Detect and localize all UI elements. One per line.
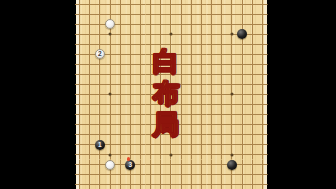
board-cell [156, 170, 166, 180]
board-cell [75, 129, 85, 139]
board-cell [217, 59, 227, 69]
board-cell [186, 0, 196, 9]
board-cell [207, 29, 217, 39]
board-cell [125, 180, 135, 189]
board-cell [125, 69, 135, 79]
board-cell [207, 119, 217, 129]
board-cell [217, 129, 227, 139]
board-cell [207, 69, 217, 79]
board-cell [105, 79, 115, 89]
board-cell [135, 59, 145, 69]
board-cell [95, 129, 105, 139]
board-cell [247, 39, 257, 49]
board-cell [237, 170, 247, 180]
board-cell [186, 170, 196, 180]
board-cell [156, 9, 166, 19]
board-cell [247, 0, 257, 9]
board-cell [105, 9, 115, 19]
board-cell [257, 129, 267, 139]
board-cell [257, 29, 267, 39]
board-cell [95, 39, 105, 49]
board-cell [135, 160, 145, 170]
board-cell [85, 79, 95, 89]
board-cell [166, 139, 176, 149]
board-cell [146, 29, 156, 39]
board-cell [125, 49, 135, 59]
board-cell [186, 139, 196, 149]
board-cell [196, 9, 206, 19]
board-cell [115, 0, 125, 9]
board-cell [115, 119, 125, 129]
board-cell [75, 39, 85, 49]
board-cell [196, 29, 206, 39]
board-cell [227, 69, 237, 79]
board-cell [125, 19, 135, 29]
board-cell [227, 79, 237, 89]
board-cell [227, 59, 237, 69]
board-cell [95, 29, 105, 39]
board-cell [125, 59, 135, 69]
board-cell [85, 49, 95, 59]
board-cell [95, 89, 105, 99]
board-cell [125, 9, 135, 19]
board-cell [217, 49, 227, 59]
board-cell [85, 59, 95, 69]
star-point [109, 153, 112, 156]
board-cell [156, 0, 166, 9]
move-number: 1 [98, 140, 102, 150]
board-cell [257, 59, 267, 69]
star-point [230, 153, 233, 156]
board-cell [115, 129, 125, 139]
board-cell [75, 170, 85, 180]
star-point [109, 33, 112, 36]
board-cell [135, 99, 145, 109]
board-cell [95, 99, 105, 109]
board-cell [237, 0, 247, 9]
board-cell [75, 29, 85, 39]
board-cell [217, 9, 227, 19]
board-cell [217, 19, 227, 29]
board-cell [196, 59, 206, 69]
board-cell [125, 129, 135, 139]
board-cell [156, 180, 166, 189]
board-cell [146, 19, 156, 29]
board-cell [105, 119, 115, 129]
board-cell [115, 139, 125, 149]
board-cell [207, 39, 217, 49]
board-cell [207, 109, 217, 119]
board-cell [207, 180, 217, 189]
board-cell [257, 49, 267, 59]
board-cell [95, 79, 105, 89]
board-cell [115, 49, 125, 59]
board-cell [75, 180, 85, 189]
board-cell [237, 119, 247, 129]
board-cell [237, 9, 247, 19]
last-move-marker [127, 157, 131, 161]
board-cell [135, 89, 145, 99]
board-cell [196, 109, 206, 119]
board-cell [227, 99, 237, 109]
board-cell [105, 39, 115, 49]
board-cell [105, 0, 115, 9]
board-cell [257, 19, 267, 29]
board-cell [125, 29, 135, 39]
board-cell [75, 99, 85, 109]
board-cell [156, 29, 166, 39]
overlay-char: 局 [153, 109, 179, 141]
board-cell [196, 99, 206, 109]
board-cell [217, 99, 227, 109]
board-cell [135, 69, 145, 79]
board-cell [135, 109, 145, 119]
board-cell [115, 180, 125, 189]
board-cell [217, 119, 227, 129]
overlay-char: 白 [153, 46, 179, 78]
board-cell [227, 19, 237, 29]
board-cell [166, 180, 176, 189]
board-cell [257, 160, 267, 170]
board-cell [146, 170, 156, 180]
board-cell [186, 149, 196, 159]
board-cell [217, 69, 227, 79]
board-cell [166, 160, 176, 170]
board-cell [186, 49, 196, 59]
board-cell [196, 139, 206, 149]
board-cell [186, 89, 196, 99]
board-cell [237, 160, 247, 170]
board-cell [196, 19, 206, 29]
board-cell [247, 19, 257, 29]
board-cell [237, 89, 247, 99]
board-cell [176, 29, 186, 39]
board-cell [135, 139, 145, 149]
board-cell [237, 99, 247, 109]
board-cell [95, 170, 105, 180]
board-cell [217, 29, 227, 39]
board-cell [207, 79, 217, 89]
board-cell [176, 160, 186, 170]
star-point [169, 33, 172, 36]
board-cell [166, 9, 176, 19]
board-cell [217, 149, 227, 159]
move-number: 3 [129, 160, 133, 170]
board-cell [125, 119, 135, 129]
board-cell [75, 160, 85, 170]
board-cell [196, 69, 206, 79]
board-cell [95, 109, 105, 119]
board-cell [207, 99, 217, 109]
board-cell [125, 109, 135, 119]
board-cell [237, 129, 247, 139]
board-cell [95, 119, 105, 129]
board-cell [257, 119, 267, 129]
board-cell [257, 149, 267, 159]
board-cell [146, 180, 156, 189]
board-cell [186, 79, 196, 89]
board-cell [166, 19, 176, 29]
board-cell [85, 180, 95, 189]
board-cell [115, 99, 125, 109]
board-cell [135, 129, 145, 139]
board-cell [125, 139, 135, 149]
board-cell [85, 139, 95, 149]
board-cell [237, 79, 247, 89]
board-cell [247, 180, 257, 189]
board-cell [156, 139, 166, 149]
board-cell [207, 160, 217, 170]
board-cell [135, 29, 145, 39]
board-cell [85, 9, 95, 19]
board-cell [196, 39, 206, 49]
board-cell [257, 170, 267, 180]
board-cell [186, 59, 196, 69]
board-cell [247, 139, 257, 149]
board-cell [196, 129, 206, 139]
board-cell [105, 99, 115, 109]
board-cell [227, 119, 237, 129]
board-cell [146, 160, 156, 170]
board-cell [247, 49, 257, 59]
board-cell [75, 109, 85, 119]
board-cell [237, 39, 247, 49]
board-cell [227, 170, 237, 180]
board-cell [186, 180, 196, 189]
board-cell [85, 99, 95, 109]
board-cell [85, 29, 95, 39]
board-cell [105, 49, 115, 59]
board-cell [166, 0, 176, 9]
board-cell [75, 9, 85, 19]
board-cell [75, 139, 85, 149]
board-cell [176, 9, 186, 19]
board-cell [247, 29, 257, 39]
board-cell [176, 180, 186, 189]
board-cell [135, 9, 145, 19]
board-cell [115, 19, 125, 29]
white-stone [105, 160, 115, 170]
board-cell [115, 39, 125, 49]
board-cell [75, 149, 85, 159]
board-cell [186, 109, 196, 119]
board-cell [75, 49, 85, 59]
board-cell [217, 89, 227, 99]
board-cell [135, 180, 145, 189]
board-cell [105, 69, 115, 79]
board-cell [75, 59, 85, 69]
board-cell [207, 19, 217, 29]
board-cell [75, 0, 85, 9]
board-cell [135, 149, 145, 159]
board-cell [85, 129, 95, 139]
board-cell [105, 59, 115, 69]
board-cell [115, 9, 125, 19]
board-cell [115, 89, 125, 99]
board-cell [237, 180, 247, 189]
board-cell [135, 0, 145, 9]
board-cell [247, 89, 257, 99]
board-cell [95, 19, 105, 29]
board-cell [207, 49, 217, 59]
board-cell [237, 139, 247, 149]
board-cell [85, 149, 95, 159]
board-cell [125, 89, 135, 99]
board-cell [115, 69, 125, 79]
board-cell [146, 139, 156, 149]
board-cell [146, 149, 156, 159]
board-cell [227, 49, 237, 59]
board-cell [85, 119, 95, 129]
board-cell [196, 149, 206, 159]
board-cell [135, 19, 145, 29]
board-cell [217, 139, 227, 149]
board-cell [95, 0, 105, 9]
board-cell [247, 129, 257, 139]
board-cell [166, 170, 176, 180]
board-cell [207, 170, 217, 180]
board-cell [227, 9, 237, 19]
star-point [169, 153, 172, 156]
board-cell [237, 69, 247, 79]
board-cell [186, 160, 196, 170]
board-cell [217, 79, 227, 89]
board-cell [135, 170, 145, 180]
board-cell [237, 109, 247, 119]
board-cell [196, 170, 206, 180]
board-cell [135, 39, 145, 49]
board-cell [105, 170, 115, 180]
board-cell [186, 129, 196, 139]
board-cell [95, 180, 105, 189]
board-cell [217, 160, 227, 170]
board-cell [135, 79, 145, 89]
board-cell [196, 0, 206, 9]
board-cell [115, 109, 125, 119]
board-cell [247, 160, 257, 170]
board-cell [217, 39, 227, 49]
board-cell [247, 149, 257, 159]
board-cell [105, 129, 115, 139]
board-cell [115, 29, 125, 39]
board-cell [257, 109, 267, 119]
board-cell [186, 119, 196, 129]
board-cell [227, 39, 237, 49]
board-cell [125, 79, 135, 89]
board-cell [75, 69, 85, 79]
board-cell [247, 79, 257, 89]
board-cell [257, 39, 267, 49]
board-cell [207, 89, 217, 99]
board-cell [176, 19, 186, 29]
board-cell [95, 149, 105, 159]
board-cell [237, 19, 247, 29]
black-stone: 3 [125, 160, 135, 170]
board-cell [217, 180, 227, 189]
board-cell [257, 69, 267, 79]
board-cell [156, 19, 166, 29]
board-cell [135, 49, 145, 59]
video-frame: 213 白 布 局 [0, 0, 336, 189]
board-cell [85, 0, 95, 9]
board-cell [257, 180, 267, 189]
board-cell [115, 170, 125, 180]
board-cell [176, 149, 186, 159]
star-point [230, 93, 233, 96]
board-cell [247, 69, 257, 79]
board-cell [186, 9, 196, 19]
board-cell [105, 139, 115, 149]
board-cell [247, 170, 257, 180]
board-cell [257, 99, 267, 109]
board-cell [186, 39, 196, 49]
board-cell [196, 49, 206, 59]
board-cell [217, 170, 227, 180]
board-cell [115, 59, 125, 69]
board-cell [227, 0, 237, 9]
board-cell [247, 99, 257, 109]
board-cell [227, 180, 237, 189]
board-cell [85, 19, 95, 29]
board-cell [95, 9, 105, 19]
board-cell [146, 9, 156, 19]
board-cell [95, 59, 105, 69]
board-cell [257, 0, 267, 9]
board-cell [85, 170, 95, 180]
board-cell [135, 119, 145, 129]
board-cell [257, 79, 267, 89]
board-cell [115, 160, 125, 170]
black-stone: 1 [95, 140, 105, 150]
board-cell [125, 170, 135, 180]
star-point [109, 93, 112, 96]
board-cell [125, 39, 135, 49]
board-cell [186, 99, 196, 109]
board-cell [217, 109, 227, 119]
board-cell [125, 0, 135, 9]
board-cell [115, 149, 125, 159]
board-cell [207, 59, 217, 69]
board-cell [75, 79, 85, 89]
board-cell [196, 160, 206, 170]
board-cell [237, 49, 247, 59]
board-cell [257, 139, 267, 149]
board-cell [146, 0, 156, 9]
board-cell [257, 9, 267, 19]
board-cell [85, 39, 95, 49]
board-cell [196, 79, 206, 89]
board-cell [75, 119, 85, 129]
board-cell [115, 79, 125, 89]
board-cell [207, 9, 217, 19]
board-cell [207, 149, 217, 159]
board-cell [75, 19, 85, 29]
board-cell [196, 119, 206, 129]
board-cell [207, 0, 217, 9]
board-cell [186, 29, 196, 39]
board-cell [237, 59, 247, 69]
board-cell [186, 19, 196, 29]
board-cell [227, 129, 237, 139]
board-cell [247, 119, 257, 129]
board-cell [95, 69, 105, 79]
board-cell [95, 160, 105, 170]
board-cell [85, 160, 95, 170]
board-cell [227, 109, 237, 119]
board-cell [217, 0, 227, 9]
board-cell [196, 180, 206, 189]
board-cell [207, 129, 217, 139]
